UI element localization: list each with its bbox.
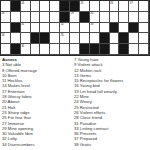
black-cell (80, 12, 90, 23)
grid-cell[interactable] (100, 1, 110, 12)
across-clues-column: Across 3 Not able8 Offered marriage10 Bo… (2, 57, 74, 147)
black-cell (80, 44, 90, 55)
grid-cell[interactable] (80, 33, 90, 44)
grid-cell[interactable] (80, 23, 90, 34)
grid-cell[interactable] (31, 1, 41, 12)
cell-number: 33 (90, 22, 93, 26)
grid-cell[interactable] (11, 33, 21, 44)
grid-cell[interactable] (40, 23, 50, 34)
down-clues-column: 7 Young hare9 Violent attack12 Molten ro… (74, 57, 148, 147)
grid-cell[interactable] (70, 44, 80, 55)
grid-cell[interactable] (129, 12, 139, 23)
cell-number: 28 (2, 11, 5, 15)
black-cell (110, 23, 120, 34)
grid-cell[interactable] (40, 44, 50, 55)
grid-cell[interactable] (50, 44, 60, 55)
black-cell (119, 33, 129, 44)
black-cell (60, 1, 70, 12)
black-cell (100, 44, 110, 55)
black-cell (60, 12, 70, 23)
grid-cell[interactable]: 26 (110, 1, 120, 12)
grid-cell[interactable] (90, 1, 100, 12)
crossword-grid: 24252627282930313233343536 (0, 0, 150, 56)
grid-cell[interactable] (139, 44, 149, 55)
grid-cell[interactable] (21, 33, 31, 44)
crossword-page: 24252627282930313233343536 Across 3 Not … (0, 0, 150, 150)
down-clue: 38 Gratis (74, 142, 148, 147)
cell-number: 27 (130, 1, 133, 5)
grid-cell[interactable] (139, 33, 149, 44)
grid-cell[interactable] (110, 44, 120, 55)
black-cell (100, 33, 110, 44)
grid-cell[interactable] (40, 1, 50, 12)
cell-number: 32 (61, 22, 64, 26)
grid-cell[interactable]: 33 (90, 23, 100, 34)
cell-number: 26 (110, 1, 113, 5)
grid-cell[interactable] (50, 33, 60, 44)
grid-cell[interactable]: 30 (90, 12, 100, 23)
black-cell (119, 44, 129, 55)
grid-cell[interactable] (119, 12, 129, 23)
grid-cell[interactable]: 34 (1, 33, 11, 44)
grid-cell[interactable]: 36 (21, 44, 31, 55)
black-cell (11, 1, 21, 12)
grid-cell[interactable] (110, 33, 120, 44)
grid-cell[interactable] (50, 1, 60, 12)
grid-cell[interactable]: 31 (21, 23, 31, 34)
cell-number: 34 (2, 33, 5, 37)
grid-cell[interactable] (1, 44, 11, 55)
black-cell (70, 1, 80, 12)
grid-cell[interactable]: 24 (21, 1, 31, 12)
black-cell (11, 23, 21, 34)
black-cell (129, 23, 139, 34)
cell-number: 30 (90, 11, 93, 15)
across-clue-list: 3 Not able8 Offered marriage10 Born11 He… (2, 62, 74, 147)
grid-cell[interactable]: 29 (70, 12, 80, 23)
grid-cell[interactable] (50, 12, 60, 23)
grid-cell[interactable]: 25 (80, 1, 90, 12)
grid-cell[interactable] (139, 1, 149, 12)
grid-cell[interactable] (11, 12, 21, 23)
grid-cell[interactable] (70, 23, 80, 34)
grid-cell[interactable] (129, 33, 139, 44)
clue-lists: Across 3 Not able8 Offered marriage10 Bo… (2, 57, 148, 147)
black-cell (11, 44, 21, 55)
grid-cell[interactable] (100, 23, 110, 34)
grid-cell[interactable]: 28 (1, 12, 11, 23)
grid-cell[interactable] (1, 23, 11, 34)
grid-cell[interactable] (110, 12, 120, 23)
grid-cell[interactable] (129, 44, 139, 55)
grid-cell[interactable]: 27 (129, 1, 139, 12)
grid-cell[interactable] (31, 44, 41, 55)
black-cell (40, 33, 50, 44)
down-clue-list: 7 Young hare9 Violent attack12 Molten ro… (74, 57, 148, 147)
grid-cell[interactable] (90, 33, 100, 44)
grid-cell[interactable]: 35 (60, 33, 70, 44)
cell-number: 35 (61, 33, 64, 37)
cell-number: 24 (21, 1, 24, 5)
grid-cell[interactable] (1, 1, 11, 12)
grid-cell[interactable] (139, 23, 149, 34)
grid-cell[interactable]: 32 (60, 23, 70, 34)
cell-number: 25 (80, 1, 83, 5)
grid-cell[interactable] (100, 12, 110, 23)
grid-cell[interactable] (40, 12, 50, 23)
grid-cell[interactable] (50, 23, 60, 34)
grid-cell[interactable] (139, 12, 149, 23)
cell-number: 36 (21, 44, 24, 48)
cell-number: 29 (71, 11, 74, 15)
black-cell (31, 33, 41, 44)
grid-cell[interactable] (60, 44, 70, 55)
grid-cell[interactable] (31, 23, 41, 34)
cell-number: 31 (21, 22, 24, 26)
across-clue: 34 Disencumbers (2, 142, 74, 147)
grid-cell[interactable] (119, 23, 129, 34)
grid-cell[interactable] (21, 12, 31, 23)
black-cell (90, 44, 100, 55)
grid-cell[interactable] (119, 1, 129, 12)
grid-cell[interactable] (70, 33, 80, 44)
grid-cell[interactable] (31, 12, 41, 23)
